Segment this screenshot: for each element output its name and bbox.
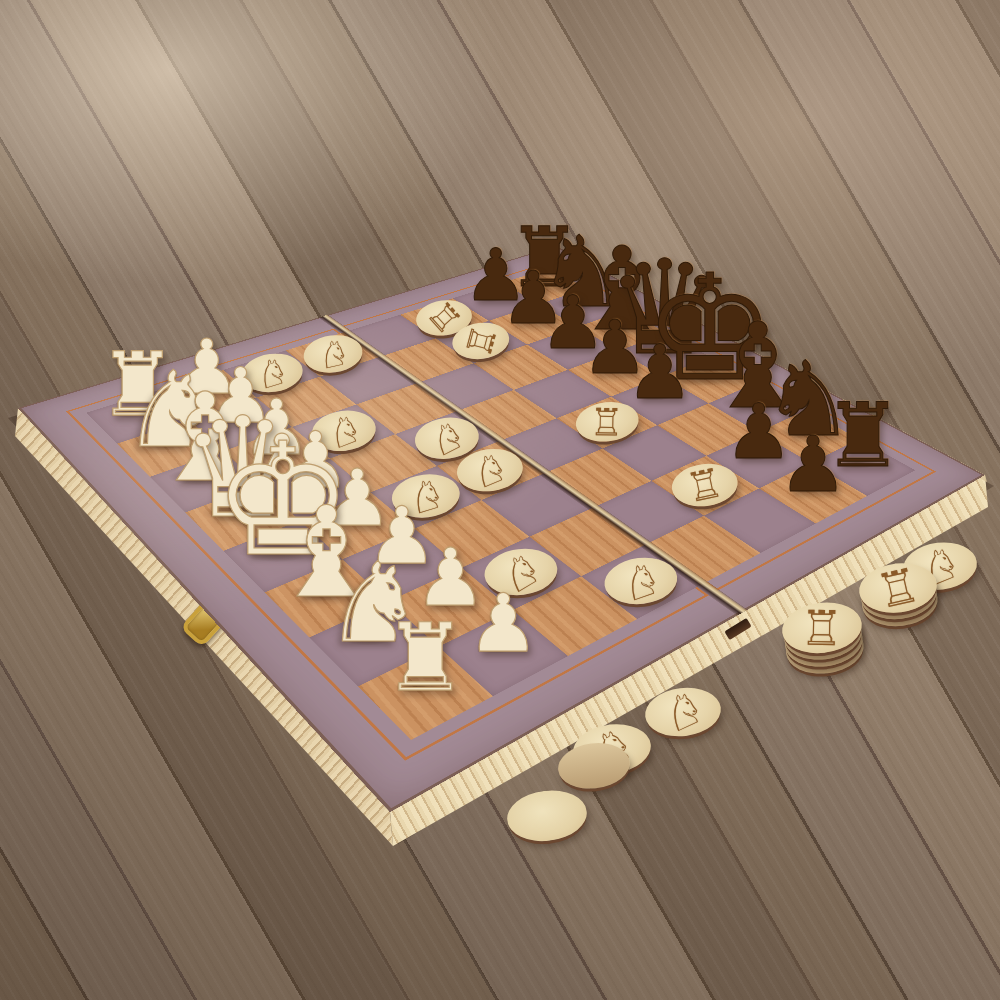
black-pawn-e7[interactable]: ♟: [626, 336, 693, 411]
white-pawn-h2[interactable]: ♟: [467, 583, 539, 663]
rook-engraving-icon: ♖: [590, 399, 624, 444]
knight-engraving-icon: ♘: [312, 330, 352, 377]
photo-scene: ♜♞♝♛♚♝♞♜♟♟♟♟♟♟♟♟♜♞♝♛♚♝♞♜♟♟♟♟♟♟♟♘♘♘♘♘♘♘♘♖…: [0, 0, 1000, 1000]
rook-engraving-icon: ♖: [800, 600, 844, 657]
black-pawn-h7[interactable]: ♟: [779, 427, 848, 504]
rook-engraving-icon: ♖: [683, 458, 728, 510]
white-rook-h1[interactable]: ♜: [383, 612, 467, 706]
rook-engraving-icon: ♖: [871, 557, 924, 619]
